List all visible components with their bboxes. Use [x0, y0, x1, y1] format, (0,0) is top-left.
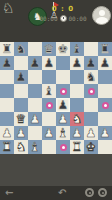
square-a2[interactable]: ♟ [0, 126, 14, 140]
square-c8[interactable] [28, 42, 42, 56]
square-h6[interactable] [98, 70, 112, 84]
square-c3[interactable]: ♟ [28, 112, 42, 126]
square-e2[interactable]: ♝ [56, 126, 70, 140]
white-pawn[interactable]: ♟ [28, 112, 42, 126]
black-bishop[interactable]: ♝ [42, 84, 56, 98]
white-knight[interactable]: ♞ [14, 140, 28, 154]
white-pawn[interactable]: ♟ [70, 126, 84, 140]
square-g7[interactable]: ♟ [84, 56, 98, 70]
square-e4[interactable]: ♟ [56, 98, 70, 112]
chess-board: ♜♞♛♚♝♜♟♟♟♟♟♟♟♞♝♟♛♟♟♞♟♟♟♝♟♟♟♜♞♝♜♚ [0, 42, 112, 154]
square-a5[interactable] [0, 84, 14, 98]
square-c2[interactable] [28, 126, 42, 140]
black-pawn[interactable]: ♟ [14, 70, 28, 84]
right-player-time: 00:00 [69, 15, 87, 22]
square-h8[interactable]: ♜ [98, 42, 112, 56]
chess-app: ♘ ♞ ♙ 0 : 0 00:00 00:00 ♜♞♛♚♝♜♟♟♟♟♟♟♟♞♝♟… [0, 0, 112, 200]
square-b6[interactable]: ♟ [14, 70, 28, 84]
square-d5[interactable]: ♝ [42, 84, 56, 98]
square-e3[interactable]: ♟ [56, 112, 70, 126]
clock-row: 00:00 00:00 [28, 14, 98, 22]
square-a7[interactable]: ♟ [0, 56, 14, 70]
white-rook[interactable]: ♜ [0, 140, 14, 154]
square-g5[interactable] [84, 84, 98, 98]
square-g1[interactable]: ♚ [84, 140, 98, 154]
square-a4[interactable] [0, 98, 14, 112]
square-c1[interactable]: ♝ [28, 140, 42, 154]
black-pawn[interactable]: ♟ [84, 56, 98, 70]
square-c5[interactable] [28, 84, 42, 98]
square-f6[interactable] [70, 70, 84, 84]
square-b2[interactable]: ♟ [14, 126, 28, 140]
clock-icon [60, 15, 67, 22]
move-dot [102, 102, 109, 109]
circle-button-2[interactable] [98, 188, 107, 197]
black-pawn[interactable]: ♟ [98, 56, 112, 70]
white-pawn[interactable]: ♟ [14, 126, 28, 140]
square-e7[interactable] [56, 56, 70, 70]
black-pawn[interactable]: ♟ [28, 56, 42, 70]
square-b7[interactable] [14, 56, 28, 70]
left-player-time: 00:00 [39, 15, 57, 22]
square-g8[interactable] [84, 42, 98, 56]
square-e5[interactable] [56, 84, 70, 98]
white-king[interactable]: ♚ [84, 140, 98, 154]
white-rook[interactable]: ♜ [70, 140, 84, 154]
move-dot [60, 144, 67, 151]
square-f8[interactable]: ♝ [70, 42, 84, 56]
square-e8[interactable]: ♚ [56, 42, 70, 56]
square-c7[interactable]: ♟ [28, 56, 42, 70]
square-d1[interactable] [42, 140, 56, 154]
square-c6[interactable] [28, 70, 42, 84]
square-h5[interactable] [98, 84, 112, 98]
square-d4[interactable] [42, 98, 56, 112]
square-h3[interactable] [98, 112, 112, 126]
square-h7[interactable]: ♟ [98, 56, 112, 70]
square-b5[interactable] [14, 84, 28, 98]
person-icon-head [99, 10, 105, 16]
circle-button-1[interactable] [85, 188, 94, 197]
square-d2[interactable]: ♟ [42, 126, 56, 140]
white-queen[interactable]: ♛ [14, 112, 28, 126]
square-f3[interactable]: ♞ [70, 112, 84, 126]
bottom-toolbar: ← ↶ [0, 186, 112, 200]
black-pawn[interactable]: ♟ [70, 56, 84, 70]
black-queen[interactable]: ♛ [42, 42, 56, 56]
black-bishop[interactable]: ♝ [70, 42, 84, 56]
white-knight[interactable]: ♞ [70, 112, 84, 126]
square-h2[interactable]: ♟ [98, 126, 112, 140]
square-g6[interactable]: ♞ [84, 70, 98, 84]
square-c4[interactable] [28, 98, 42, 112]
back-button[interactable]: ← [5, 186, 13, 200]
square-b1[interactable]: ♞ [14, 140, 28, 154]
square-g2[interactable]: ♟ [84, 126, 98, 140]
square-d3[interactable] [42, 112, 56, 126]
black-rook[interactable]: ♜ [0, 42, 14, 56]
square-d6[interactable] [42, 70, 56, 84]
black-pawn[interactable]: ♟ [0, 56, 14, 70]
right-player-avatar[interactable] [92, 6, 111, 25]
square-d8[interactable]: ♛ [42, 42, 56, 56]
white-pawn[interactable]: ♟ [42, 126, 56, 140]
square-f7[interactable]: ♟ [70, 56, 84, 70]
black-knight[interactable]: ♞ [14, 42, 28, 56]
top-bar: ♘ ♞ ♙ 0 : 0 00:00 00:00 [0, 0, 112, 42]
square-g3[interactable] [84, 112, 98, 126]
score-display: 0 : 0 [40, 5, 86, 13]
lower-background [0, 154, 112, 186]
white-pawn[interactable]: ♟ [56, 112, 70, 126]
square-g4[interactable] [84, 98, 98, 112]
white-bishop[interactable]: ♝ [28, 140, 42, 154]
move-dot [88, 88, 95, 95]
white-pawn[interactable]: ♟ [84, 126, 98, 140]
square-f4[interactable] [70, 98, 84, 112]
white-pawn[interactable]: ♟ [98, 126, 112, 140]
square-e6[interactable] [56, 70, 70, 84]
square-a3[interactable] [0, 112, 14, 126]
white-bishop[interactable]: ♝ [56, 126, 70, 140]
square-a6[interactable] [0, 70, 14, 84]
app-knight-logo-icon[interactable]: ♘ [2, 0, 15, 16]
undo-button[interactable]: ↶ [58, 186, 66, 200]
square-b4[interactable] [14, 98, 28, 112]
black-pawn[interactable]: ♟ [56, 98, 70, 112]
square-a1[interactable]: ♜ [0, 140, 14, 154]
square-d7[interactable]: ♟ [42, 56, 56, 70]
person-icon-body [96, 17, 108, 25]
black-knight[interactable]: ♞ [84, 70, 98, 84]
square-f2[interactable]: ♟ [70, 126, 84, 140]
black-rook[interactable]: ♜ [98, 42, 112, 56]
move-dot [60, 88, 67, 95]
black-pawn[interactable]: ♟ [42, 56, 56, 70]
move-dot [46, 102, 53, 109]
square-a8[interactable]: ♜ [0, 42, 14, 56]
square-f5[interactable] [70, 84, 84, 98]
square-b3[interactable]: ♛ [14, 112, 28, 126]
square-h1[interactable] [98, 140, 112, 154]
square-h4[interactable] [98, 98, 112, 112]
white-pawn[interactable]: ♟ [0, 126, 14, 140]
square-b8[interactable]: ♞ [14, 42, 28, 56]
square-f1[interactable]: ♜ [70, 140, 84, 154]
black-king[interactable]: ♚ [56, 42, 70, 56]
square-e1[interactable] [56, 140, 70, 154]
